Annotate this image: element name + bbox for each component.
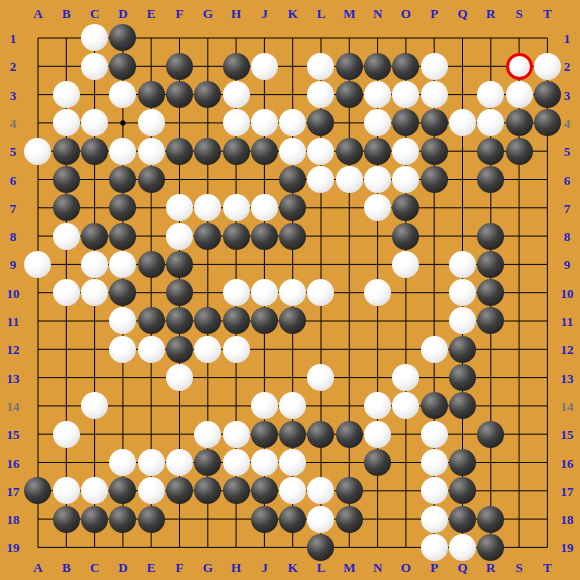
black-stone-C5[interactable] — [81, 138, 108, 165]
black-stone-O2[interactable] — [392, 53, 419, 80]
black-stone-O7[interactable] — [392, 194, 419, 221]
black-stone-C8[interactable] — [81, 223, 108, 250]
column-label-top: A — [33, 7, 42, 20]
row-label-left: 3 — [10, 88, 17, 101]
black-stone-E3[interactable] — [138, 81, 165, 108]
black-stone-M18[interactable] — [336, 506, 363, 533]
black-stone-L19[interactable] — [307, 534, 334, 561]
row-label-left: 8 — [10, 230, 17, 243]
white-stone-O3[interactable] — [392, 81, 419, 108]
white-stone-H4[interactable] — [223, 109, 250, 136]
black-stone-Q17[interactable] — [449, 477, 476, 504]
black-stone-J5[interactable] — [251, 138, 278, 165]
black-stone-L15[interactable] — [307, 421, 334, 448]
white-stone-J7[interactable] — [251, 194, 278, 221]
column-label-top: J — [261, 7, 268, 20]
white-stone-H7[interactable] — [223, 194, 250, 221]
column-label-bottom: R — [486, 561, 495, 574]
white-stone-H16[interactable] — [223, 449, 250, 476]
white-stone-N6[interactable] — [364, 166, 391, 193]
black-stone-R6[interactable] — [477, 166, 504, 193]
white-stone-B17[interactable] — [53, 477, 80, 504]
black-stone-N5[interactable] — [364, 138, 391, 165]
black-stone-D17[interactable] — [109, 477, 136, 504]
white-stone-G7[interactable] — [194, 194, 221, 221]
white-stone-O6[interactable] — [392, 166, 419, 193]
column-label-top: D — [118, 7, 127, 20]
black-stone-Q18[interactable] — [449, 506, 476, 533]
white-stone-K17[interactable] — [279, 477, 306, 504]
white-stone-C14[interactable] — [81, 392, 108, 419]
white-stone-E12[interactable] — [138, 336, 165, 363]
white-stone-G12[interactable] — [194, 336, 221, 363]
white-stone-last-move-S2[interactable] — [506, 53, 533, 80]
white-stone-L17[interactable] — [307, 477, 334, 504]
white-stone-N3[interactable] — [364, 81, 391, 108]
column-label-top: K — [288, 7, 298, 20]
white-stone-D5[interactable] — [109, 138, 136, 165]
white-stone-F8[interactable] — [166, 223, 193, 250]
row-label-right: 17 — [561, 484, 574, 497]
white-stone-M6[interactable] — [336, 166, 363, 193]
white-stone-P15[interactable] — [421, 421, 448, 448]
row-label-right: 19 — [561, 541, 574, 554]
row-label-left: 4 — [10, 116, 17, 129]
column-label-top: F — [176, 7, 184, 20]
black-stone-Q12[interactable] — [449, 336, 476, 363]
column-label-top: G — [203, 7, 213, 20]
black-stone-R11[interactable] — [477, 307, 504, 334]
column-label-top: R — [486, 7, 495, 20]
black-stone-D18[interactable] — [109, 506, 136, 533]
black-stone-R10[interactable] — [477, 279, 504, 306]
column-label-bottom: G — [203, 561, 213, 574]
black-stone-G11[interactable] — [194, 307, 221, 334]
black-stone-S4[interactable] — [506, 109, 533, 136]
black-stone-B5[interactable] — [53, 138, 80, 165]
black-stone-D2[interactable] — [109, 53, 136, 80]
black-stone-S5[interactable] — [506, 138, 533, 165]
row-label-right: 2 — [564, 60, 571, 73]
column-label-bottom: M — [343, 561, 355, 574]
column-label-bottom: O — [401, 561, 411, 574]
white-stone-E16[interactable] — [138, 449, 165, 476]
white-stone-J14[interactable] — [251, 392, 278, 419]
row-label-right: 13 — [561, 371, 574, 384]
white-stone-N7[interactable] — [364, 194, 391, 221]
white-stone-Q4[interactable] — [449, 109, 476, 136]
column-label-top: T — [543, 7, 552, 20]
row-label-left: 5 — [10, 145, 17, 158]
row-label-left: 18 — [7, 513, 20, 526]
white-stone-C17[interactable] — [81, 477, 108, 504]
black-stone-D1[interactable] — [109, 24, 136, 51]
white-stone-C2[interactable] — [81, 53, 108, 80]
black-stone-B18[interactable] — [53, 506, 80, 533]
black-stone-O4[interactable] — [392, 109, 419, 136]
row-label-right: 4 — [564, 116, 571, 129]
black-stone-G17[interactable] — [194, 477, 221, 504]
column-label-bottom: B — [62, 561, 71, 574]
white-stone-T2[interactable] — [534, 53, 561, 80]
white-stone-R4[interactable] — [477, 109, 504, 136]
white-stone-F16[interactable] — [166, 449, 193, 476]
row-label-left: 7 — [10, 201, 17, 214]
column-label-bottom: Q — [457, 561, 467, 574]
column-label-bottom: S — [515, 561, 522, 574]
black-stone-E9[interactable] — [138, 251, 165, 278]
black-stone-O8[interactable] — [392, 223, 419, 250]
black-stone-G3[interactable] — [194, 81, 221, 108]
black-stone-H17[interactable] — [223, 477, 250, 504]
row-label-right: 1 — [564, 32, 571, 45]
white-stone-L18[interactable] — [307, 506, 334, 533]
black-stone-H8[interactable] — [223, 223, 250, 250]
black-stone-N2[interactable] — [364, 53, 391, 80]
column-label-bottom: H — [231, 561, 241, 574]
column-label-bottom: T — [543, 561, 552, 574]
black-stone-G16[interactable] — [194, 449, 221, 476]
white-stone-D16[interactable] — [109, 449, 136, 476]
black-stone-B6[interactable] — [53, 166, 80, 193]
white-stone-S3[interactable] — [506, 81, 533, 108]
black-stone-F12[interactable] — [166, 336, 193, 363]
column-label-top: L — [317, 7, 326, 20]
white-stone-P16[interactable] — [421, 449, 448, 476]
black-stone-D10[interactable] — [109, 279, 136, 306]
row-label-right: 8 — [564, 230, 571, 243]
black-stone-F11[interactable] — [166, 307, 193, 334]
white-stone-C1[interactable] — [81, 24, 108, 51]
row-label-right: 14 — [561, 399, 574, 412]
black-stone-F10[interactable] — [166, 279, 193, 306]
row-label-right: 9 — [564, 258, 571, 271]
white-stone-P2[interactable] — [421, 53, 448, 80]
black-stone-J11[interactable] — [251, 307, 278, 334]
column-label-top: B — [62, 7, 71, 20]
black-stone-D6[interactable] — [109, 166, 136, 193]
black-stone-E11[interactable] — [138, 307, 165, 334]
white-stone-C9[interactable] — [81, 251, 108, 278]
white-stone-H10[interactable] — [223, 279, 250, 306]
white-stone-L13[interactable] — [307, 364, 334, 391]
white-stone-C10[interactable] — [81, 279, 108, 306]
row-label-right: 11 — [561, 315, 573, 328]
black-stone-G8[interactable] — [194, 223, 221, 250]
white-stone-B4[interactable] — [53, 109, 80, 136]
row-label-right: 7 — [564, 201, 571, 214]
row-label-right: 3 — [564, 88, 571, 101]
white-stone-G15[interactable] — [194, 421, 221, 448]
row-label-left: 14 — [7, 399, 20, 412]
black-stone-P5[interactable] — [421, 138, 448, 165]
column-label-bottom: L — [317, 561, 326, 574]
black-stone-T4[interactable] — [534, 109, 561, 136]
black-stone-E18[interactable] — [138, 506, 165, 533]
white-stone-L2[interactable] — [307, 53, 334, 80]
white-stone-E17[interactable] — [138, 477, 165, 504]
white-stone-E5[interactable] — [138, 138, 165, 165]
column-label-bottom: D — [118, 561, 127, 574]
black-stone-M5[interactable] — [336, 138, 363, 165]
white-stone-A9[interactable] — [24, 251, 51, 278]
row-label-right: 18 — [561, 513, 574, 526]
black-stone-Q14[interactable] — [449, 392, 476, 419]
column-label-top: E — [147, 7, 156, 20]
column-label-bottom: E — [147, 561, 156, 574]
column-label-top: M — [343, 7, 355, 20]
black-stone-K11[interactable] — [279, 307, 306, 334]
row-label-left: 11 — [7, 315, 19, 328]
black-stone-M2[interactable] — [336, 53, 363, 80]
black-stone-F3[interactable] — [166, 81, 193, 108]
stone-layer — [24, 24, 562, 562]
black-stone-J8[interactable] — [251, 223, 278, 250]
white-stone-D3[interactable] — [109, 81, 136, 108]
column-label-bottom: N — [373, 561, 382, 574]
black-stone-P4[interactable] — [421, 109, 448, 136]
black-stone-F5[interactable] — [166, 138, 193, 165]
row-label-right: 10 — [561, 286, 574, 299]
black-stone-J15[interactable] — [251, 421, 278, 448]
white-stone-J10[interactable] — [251, 279, 278, 306]
white-stone-D11[interactable] — [109, 307, 136, 334]
white-stone-N10[interactable] — [364, 279, 391, 306]
white-stone-C4[interactable] — [81, 109, 108, 136]
white-stone-F7[interactable] — [166, 194, 193, 221]
white-stone-L5[interactable] — [307, 138, 334, 165]
black-stone-F17[interactable] — [166, 477, 193, 504]
black-stone-D8[interactable] — [109, 223, 136, 250]
white-stone-O9[interactable] — [392, 251, 419, 278]
row-label-left: 9 — [10, 258, 17, 271]
white-stone-B3[interactable] — [53, 81, 80, 108]
column-label-top: H — [231, 7, 241, 20]
black-stone-B7[interactable] — [53, 194, 80, 221]
row-label-left: 1 — [10, 32, 17, 45]
column-label-bottom: J — [261, 561, 268, 574]
white-stone-P17[interactable] — [421, 477, 448, 504]
white-stone-B8[interactable] — [53, 223, 80, 250]
white-stone-K14[interactable] — [279, 392, 306, 419]
white-stone-L6[interactable] — [307, 166, 334, 193]
black-stone-G5[interactable] — [194, 138, 221, 165]
black-stone-M3[interactable] — [336, 81, 363, 108]
white-stone-Q19[interactable] — [449, 534, 476, 561]
white-stone-K10[interactable] — [279, 279, 306, 306]
white-stone-A5[interactable] — [24, 138, 51, 165]
white-stone-K4[interactable] — [279, 109, 306, 136]
white-stone-H12[interactable] — [223, 336, 250, 363]
black-stone-K18[interactable] — [279, 506, 306, 533]
white-stone-K5[interactable] — [279, 138, 306, 165]
black-stone-H11[interactable] — [223, 307, 250, 334]
row-label-right: 16 — [561, 456, 574, 469]
white-stone-L10[interactable] — [307, 279, 334, 306]
white-stone-D12[interactable] — [109, 336, 136, 363]
column-label-bottom: F — [176, 561, 184, 574]
white-stone-H3[interactable] — [223, 81, 250, 108]
white-stone-O13[interactable] — [392, 364, 419, 391]
black-stone-F9[interactable] — [166, 251, 193, 278]
black-stone-P6[interactable] — [421, 166, 448, 193]
black-stone-Q16[interactable] — [449, 449, 476, 476]
white-stone-Q11[interactable] — [449, 307, 476, 334]
black-stone-M15[interactable] — [336, 421, 363, 448]
white-stone-J4[interactable] — [251, 109, 278, 136]
white-stone-N14[interactable] — [364, 392, 391, 419]
column-label-bottom: K — [288, 561, 298, 574]
white-stone-D9[interactable] — [109, 251, 136, 278]
row-label-right: 6 — [564, 173, 571, 186]
black-stone-N16[interactable] — [364, 449, 391, 476]
white-stone-Q9[interactable] — [449, 251, 476, 278]
column-label-top: C — [90, 7, 99, 20]
row-label-left: 12 — [7, 343, 20, 356]
black-stone-K8[interactable] — [279, 223, 306, 250]
black-stone-R9[interactable] — [477, 251, 504, 278]
column-label-bottom: C — [90, 561, 99, 574]
black-stone-K7[interactable] — [279, 194, 306, 221]
black-stone-R5[interactable] — [477, 138, 504, 165]
white-stone-F13[interactable] — [166, 364, 193, 391]
black-stone-C18[interactable] — [81, 506, 108, 533]
row-label-left: 16 — [7, 456, 20, 469]
black-stone-E6[interactable] — [138, 166, 165, 193]
column-label-top: O — [401, 7, 411, 20]
black-stone-M17[interactable] — [336, 477, 363, 504]
white-stone-P3[interactable] — [421, 81, 448, 108]
white-stone-O5[interactable] — [392, 138, 419, 165]
white-stone-Q10[interactable] — [449, 279, 476, 306]
column-label-top: S — [515, 7, 522, 20]
black-stone-K6[interactable] — [279, 166, 306, 193]
white-stone-E4[interactable] — [138, 109, 165, 136]
black-stone-H2[interactable] — [223, 53, 250, 80]
row-label-left: 13 — [7, 371, 20, 384]
white-stone-J2[interactable] — [251, 53, 278, 80]
white-stone-R3[interactable] — [477, 81, 504, 108]
white-stone-N15[interactable] — [364, 421, 391, 448]
column-label-top: P — [430, 7, 438, 20]
black-stone-P14[interactable] — [421, 392, 448, 419]
column-label-bottom: P — [430, 561, 438, 574]
white-stone-N4[interactable] — [364, 109, 391, 136]
black-stone-L4[interactable] — [307, 109, 334, 136]
white-stone-B10[interactable] — [53, 279, 80, 306]
black-stone-F2[interactable] — [166, 53, 193, 80]
row-label-left: 6 — [10, 173, 17, 186]
white-stone-H15[interactable] — [223, 421, 250, 448]
row-label-left: 19 — [7, 541, 20, 554]
black-stone-J18[interactable] — [251, 506, 278, 533]
white-stone-P19[interactable] — [421, 534, 448, 561]
black-stone-K15[interactable] — [279, 421, 306, 448]
row-label-left: 2 — [10, 60, 17, 73]
column-label-bottom: A — [33, 561, 42, 574]
row-label-left: 15 — [7, 428, 20, 441]
row-label-left: 17 — [7, 484, 20, 497]
white-stone-P18[interactable] — [421, 506, 448, 533]
row-label-right: 12 — [561, 343, 574, 356]
black-stone-R19[interactable] — [477, 534, 504, 561]
black-stone-Q13[interactable] — [449, 364, 476, 391]
white-stone-L3[interactable] — [307, 81, 334, 108]
black-stone-H5[interactable] — [223, 138, 250, 165]
black-stone-J17[interactable] — [251, 477, 278, 504]
go-board: AABBCCDDEEFFGGHHJJKKLLMMNNOOPPQQRRSSTT11… — [0, 0, 580, 580]
black-stone-D7[interactable] — [109, 194, 136, 221]
black-stone-R8[interactable] — [477, 223, 504, 250]
row-label-right: 5 — [564, 145, 571, 158]
black-stone-R15[interactable] — [477, 421, 504, 448]
row-label-right: 15 — [561, 428, 574, 441]
white-stone-P12[interactable] — [421, 336, 448, 363]
white-stone-J16[interactable] — [251, 449, 278, 476]
black-stone-A17[interactable] — [24, 477, 51, 504]
black-stone-R18[interactable] — [477, 506, 504, 533]
white-stone-K16[interactable] — [279, 449, 306, 476]
white-stone-B15[interactable] — [53, 421, 80, 448]
white-stone-O14[interactable] — [392, 392, 419, 419]
row-label-left: 10 — [7, 286, 20, 299]
black-stone-T3[interactable] — [534, 81, 561, 108]
column-label-top: Q — [457, 7, 467, 20]
column-label-top: N — [373, 7, 382, 20]
